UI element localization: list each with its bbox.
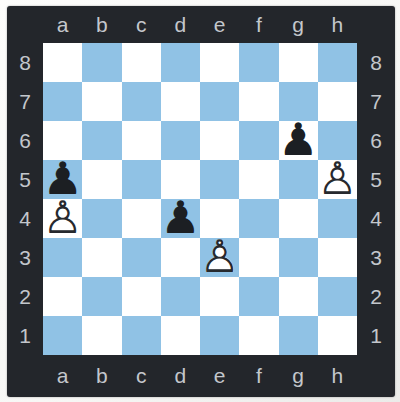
square-f2[interactable] (239, 277, 278, 316)
square-g7[interactable] (279, 82, 318, 121)
rank-label-4: 4 (357, 199, 395, 238)
square-c4[interactable] (122, 199, 161, 238)
square-h7[interactable] (318, 82, 357, 121)
file-label-b: b (82, 6, 121, 43)
square-f8[interactable] (239, 43, 278, 82)
file-labels-bottom: abcdefgh (43, 355, 357, 397)
square-g1[interactable] (279, 316, 318, 355)
square-e4[interactable] (200, 199, 239, 238)
square-c8[interactable] (122, 43, 161, 82)
square-b1[interactable] (82, 316, 121, 355)
file-label-f: f (239, 6, 278, 43)
square-b7[interactable] (82, 82, 121, 121)
square-e3[interactable]: ♟♙ (200, 238, 239, 277)
square-a5[interactable]: ♟ (43, 160, 82, 199)
square-b2[interactable] (82, 277, 121, 316)
rank-label-2: 2 (7, 277, 43, 316)
square-b6[interactable] (82, 121, 121, 160)
square-h5[interactable]: ♟♙ (318, 160, 357, 199)
black-pawn-g6[interactable]: ♟ (279, 121, 318, 160)
square-a4[interactable]: ♟♙ (43, 199, 82, 238)
square-d5[interactable] (161, 160, 200, 199)
black-pawn-d4[interactable]: ♟ (161, 199, 200, 238)
square-g6[interactable]: ♟ (279, 121, 318, 160)
square-a3[interactable] (43, 238, 82, 277)
rank-label-8: 8 (7, 43, 43, 82)
rank-label-5: 5 (357, 160, 395, 199)
square-a6[interactable] (43, 121, 82, 160)
file-label-f: f (239, 355, 278, 397)
square-c2[interactable] (122, 277, 161, 316)
rank-label-1: 1 (7, 316, 43, 355)
square-e1[interactable] (200, 316, 239, 355)
square-e2[interactable] (200, 277, 239, 316)
file-label-b: b (82, 355, 121, 397)
square-f7[interactable] (239, 82, 278, 121)
file-label-d: d (161, 355, 200, 397)
square-a8[interactable] (43, 43, 82, 82)
square-f1[interactable] (239, 316, 278, 355)
square-e6[interactable] (200, 121, 239, 160)
rank-labels-right: 87654321 (357, 43, 395, 355)
white-pawn-a4[interactable]: ♟♙ (43, 199, 82, 238)
white-pawn-e3[interactable]: ♟♙ (200, 238, 239, 277)
square-e5[interactable] (200, 160, 239, 199)
square-a1[interactable] (43, 316, 82, 355)
file-label-c: c (122, 355, 161, 397)
file-label-g: g (279, 355, 318, 397)
scanned-chess-diagram: abcdefgh abcdefgh 87654321 87654321 ♟♟♟♙… (0, 0, 400, 402)
square-g8[interactable] (279, 43, 318, 82)
file-label-e: e (200, 6, 239, 43)
file-label-c: c (122, 6, 161, 43)
square-f4[interactable] (239, 199, 278, 238)
black-pawn-a5[interactable]: ♟ (43, 160, 82, 199)
square-h8[interactable] (318, 43, 357, 82)
white-pawn-h5[interactable]: ♟♙ (318, 160, 357, 199)
square-f6[interactable] (239, 121, 278, 160)
rank-label-6: 6 (357, 121, 395, 160)
rank-label-8: 8 (357, 43, 395, 82)
square-c6[interactable] (122, 121, 161, 160)
file-label-d: d (161, 6, 200, 43)
rank-label-3: 3 (7, 238, 43, 277)
file-label-e: e (200, 355, 239, 397)
square-c7[interactable] (122, 82, 161, 121)
rank-label-1: 1 (357, 316, 395, 355)
square-d4[interactable]: ♟ (161, 199, 200, 238)
square-b5[interactable] (82, 160, 121, 199)
square-h3[interactable] (318, 238, 357, 277)
square-b3[interactable] (82, 238, 121, 277)
square-a2[interactable] (43, 277, 82, 316)
rank-label-3: 3 (357, 238, 395, 277)
square-b4[interactable] (82, 199, 121, 238)
square-h4[interactable] (318, 199, 357, 238)
square-c3[interactable] (122, 238, 161, 277)
square-h6[interactable] (318, 121, 357, 160)
square-h2[interactable] (318, 277, 357, 316)
square-g4[interactable] (279, 199, 318, 238)
square-f5[interactable] (239, 160, 278, 199)
file-label-g: g (279, 6, 318, 43)
file-labels-top: abcdefgh (43, 6, 357, 43)
square-d2[interactable] (161, 277, 200, 316)
square-c1[interactable] (122, 316, 161, 355)
rank-label-7: 7 (7, 82, 43, 121)
chess-board: ♟♟♟♙♟♙♟♟♙ (43, 43, 357, 355)
square-g2[interactable] (279, 277, 318, 316)
rank-label-5: 5 (7, 160, 43, 199)
square-d8[interactable] (161, 43, 200, 82)
square-a7[interactable] (43, 82, 82, 121)
rank-label-7: 7 (357, 82, 395, 121)
square-h1[interactable] (318, 316, 357, 355)
square-e7[interactable] (200, 82, 239, 121)
square-f3[interactable] (239, 238, 278, 277)
square-g5[interactable] (279, 160, 318, 199)
rank-labels-left: 87654321 (7, 43, 43, 355)
square-b8[interactable] (82, 43, 121, 82)
file-label-h: h (318, 6, 357, 43)
square-d1[interactable] (161, 316, 200, 355)
rank-label-4: 4 (7, 199, 43, 238)
square-g3[interactable] (279, 238, 318, 277)
file-label-a: a (43, 355, 82, 397)
square-d3[interactable] (161, 238, 200, 277)
file-label-a: a (43, 6, 82, 43)
rank-label-6: 6 (7, 121, 43, 160)
board-frame: abcdefgh abcdefgh 87654321 87654321 ♟♟♟♙… (7, 6, 395, 397)
file-label-h: h (318, 355, 357, 397)
square-d7[interactable] (161, 82, 200, 121)
rank-label-2: 2 (357, 277, 395, 316)
square-e8[interactable] (200, 43, 239, 82)
square-d6[interactable] (161, 121, 200, 160)
square-c5[interactable] (122, 160, 161, 199)
